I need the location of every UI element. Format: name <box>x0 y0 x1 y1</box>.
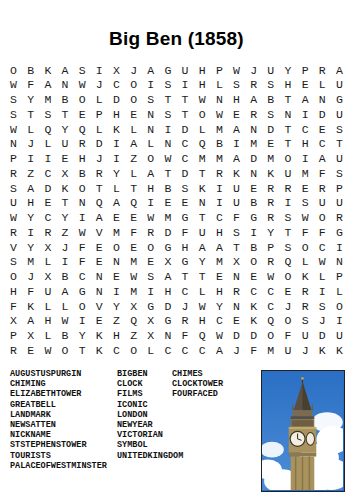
grid-cell[interactable]: G <box>176 255 193 270</box>
grid-cell[interactable]: U <box>279 343 296 358</box>
grid-cell[interactable]: U <box>331 78 348 93</box>
grid-cell[interactable]: Q <box>125 196 142 211</box>
grid-cell[interactable]: K <box>91 329 108 344</box>
grid-cell[interactable]: W <box>297 211 314 226</box>
grid-cell[interactable]: T <box>279 137 296 152</box>
grid-cell[interactable]: S <box>314 299 331 314</box>
grid-cell[interactable]: U <box>331 196 348 211</box>
grid-cell[interactable]: B <box>56 329 73 344</box>
grid-cell[interactable]: N <box>159 329 176 344</box>
grid-cell[interactable]: C <box>297 122 314 137</box>
grid-cell[interactable]: X <box>142 329 159 344</box>
grid-cell[interactable]: I <box>331 314 348 329</box>
grid-cell[interactable]: W <box>194 93 211 108</box>
grid-cell[interactable]: I <box>211 181 228 196</box>
grid-cell[interactable]: N <box>142 107 159 122</box>
grid-cell[interactable]: M <box>262 343 279 358</box>
grid-cell[interactable]: U <box>56 137 73 152</box>
grid-cell[interactable]: E <box>108 270 125 285</box>
grid-cell[interactable]: R <box>245 78 262 93</box>
grid-cell[interactable]: R <box>297 299 314 314</box>
grid-cell[interactable]: D <box>108 93 125 108</box>
grid-cell[interactable]: Q <box>39 122 56 137</box>
grid-cell[interactable]: F <box>74 240 91 255</box>
grid-cell[interactable]: M <box>245 137 262 152</box>
grid-cell[interactable]: H <box>39 314 56 329</box>
grid-cell[interactable]: T <box>176 270 193 285</box>
grid-cell[interactable]: N <box>159 137 176 152</box>
grid-cell[interactable]: K <box>228 166 245 181</box>
grid-cell[interactable]: F <box>176 329 193 344</box>
grid-cell[interactable]: F <box>314 166 331 181</box>
grid-cell[interactable]: T <box>159 166 176 181</box>
grid-cell[interactable]: C <box>245 284 262 299</box>
grid-cell[interactable]: R <box>5 225 22 240</box>
grid-cell[interactable]: H <box>194 78 211 93</box>
grid-cell[interactable]: C <box>176 152 193 167</box>
grid-cell[interactable]: M <box>125 284 142 299</box>
grid-cell[interactable]: A <box>56 284 73 299</box>
grid-cell[interactable]: F <box>279 329 296 344</box>
grid-cell[interactable]: C <box>176 137 193 152</box>
grid-cell[interactable]: A <box>159 270 176 285</box>
grid-cell[interactable]: O <box>56 343 73 358</box>
grid-cell[interactable]: K <box>262 166 279 181</box>
grid-cell[interactable]: Z <box>125 152 142 167</box>
grid-cell[interactable]: M <box>297 166 314 181</box>
grid-cell[interactable]: M <box>194 152 211 167</box>
grid-cell[interactable]: E <box>91 255 108 270</box>
grid-cell[interactable]: R <box>39 225 56 240</box>
grid-cell[interactable]: E <box>125 240 142 255</box>
grid-cell[interactable]: S <box>331 122 348 137</box>
grid-cell[interactable]: R <box>211 166 228 181</box>
grid-cell[interactable]: A <box>22 314 39 329</box>
grid-cell[interactable]: R <box>331 211 348 226</box>
grid-cell[interactable]: S <box>331 166 348 181</box>
grid-cell[interactable]: U <box>39 284 56 299</box>
grid-cell[interactable]: A <box>211 343 228 358</box>
grid-cell[interactable]: F <box>125 225 142 240</box>
grid-cell[interactable]: B <box>245 196 262 211</box>
grid-cell[interactable]: B <box>22 63 39 78</box>
grid-cell[interactable]: C <box>211 211 228 226</box>
grid-cell[interactable]: I <box>91 63 108 78</box>
grid-cell[interactable]: W <box>125 270 142 285</box>
grid-cell[interactable]: O <box>279 314 296 329</box>
grid-cell[interactable]: C <box>176 284 193 299</box>
grid-cell[interactable]: W <box>5 78 22 93</box>
grid-cell[interactable]: S <box>5 93 22 108</box>
grid-cell[interactable]: S <box>39 107 56 122</box>
grid-cell[interactable]: R <box>5 166 22 181</box>
grid-cell[interactable]: H <box>194 314 211 329</box>
grid-cell[interactable]: E <box>91 314 108 329</box>
grid-cell[interactable]: L <box>194 122 211 137</box>
grid-cell[interactable]: S <box>262 78 279 93</box>
grid-cell[interactable]: A <box>194 240 211 255</box>
grid-cell[interactable]: J <box>56 240 73 255</box>
grid-cell[interactable]: H <box>159 284 176 299</box>
grid-cell[interactable]: A <box>228 152 245 167</box>
grid-cell[interactable]: P <box>331 270 348 285</box>
grid-cell[interactable]: X <box>22 329 39 344</box>
grid-cell[interactable]: I <box>108 284 125 299</box>
grid-cell[interactable]: F <box>314 225 331 240</box>
grid-cell[interactable]: N <box>142 122 159 137</box>
grid-cell[interactable]: G <box>142 299 159 314</box>
grid-cell[interactable]: D <box>228 329 245 344</box>
grid-cell[interactable]: L <box>331 284 348 299</box>
grid-cell[interactable]: J <box>91 78 108 93</box>
grid-cell[interactable]: C <box>262 299 279 314</box>
grid-cell[interactable]: M <box>211 122 228 137</box>
grid-cell[interactable]: Z <box>56 225 73 240</box>
grid-cell[interactable]: E <box>125 107 142 122</box>
grid-cell[interactable]: I <box>74 314 91 329</box>
grid-cell[interactable]: O <box>125 93 142 108</box>
grid-cell[interactable]: D <box>91 137 108 152</box>
grid-cell[interactable]: A <box>314 152 331 167</box>
grid-cell[interactable]: N <box>211 93 228 108</box>
grid-cell[interactable]: C <box>314 240 331 255</box>
grid-cell[interactable]: O <box>74 299 91 314</box>
grid-cell[interactable]: W <box>211 329 228 344</box>
grid-cell[interactable]: O <box>5 270 22 285</box>
grid-cell[interactable]: E <box>314 122 331 137</box>
grid-cell[interactable]: C <box>262 284 279 299</box>
grid-cell[interactable]: U <box>297 329 314 344</box>
grid-cell[interactable]: F <box>22 284 39 299</box>
grid-cell[interactable]: E <box>245 270 262 285</box>
grid-cell[interactable]: A <box>125 137 142 152</box>
grid-cell[interactable]: I <box>142 78 159 93</box>
grid-cell[interactable]: O <box>5 63 22 78</box>
grid-cell[interactable]: J <box>297 343 314 358</box>
grid-cell[interactable]: Q <box>279 255 296 270</box>
grid-cell[interactable]: E <box>22 343 39 358</box>
grid-cell[interactable]: R <box>91 166 108 181</box>
grid-cell[interactable]: L <box>91 122 108 137</box>
grid-cell[interactable]: C <box>74 270 91 285</box>
grid-cell[interactable]: U <box>331 107 348 122</box>
grid-cell[interactable]: M <box>211 255 228 270</box>
grid-cell[interactable]: O <box>245 255 262 270</box>
grid-cell[interactable]: Z <box>22 166 39 181</box>
grid-cell[interactable]: K <box>245 299 262 314</box>
grid-cell[interactable]: P <box>91 107 108 122</box>
grid-cell[interactable]: S <box>176 181 193 196</box>
grid-cell[interactable]: C <box>108 343 125 358</box>
grid-cell[interactable]: U <box>331 152 348 167</box>
grid-cell[interactable]: E <box>39 196 56 211</box>
grid-cell[interactable]: Y <box>56 211 73 226</box>
grid-cell[interactable]: I <box>108 152 125 167</box>
grid-cell[interactable]: X <box>228 255 245 270</box>
grid-cell[interactable]: A <box>228 122 245 137</box>
grid-cell[interactable]: W <box>5 211 22 226</box>
grid-cell[interactable]: U <box>5 196 22 211</box>
grid-cell[interactable]: W <box>228 63 245 78</box>
grid-cell[interactable]: N <box>245 122 262 137</box>
grid-cell[interactable]: C <box>194 343 211 358</box>
grid-cell[interactable]: R <box>314 181 331 196</box>
grid-cell[interactable]: L <box>91 93 108 108</box>
grid-cell[interactable]: E <box>228 107 245 122</box>
grid-cell[interactable]: K <box>297 270 314 285</box>
grid-cell[interactable]: V <box>5 240 22 255</box>
grid-cell[interactable]: H <box>279 78 296 93</box>
grid-cell[interactable]: L <box>194 284 211 299</box>
grid-cell[interactable]: T <box>56 107 73 122</box>
grid-cell[interactable]: L <box>142 343 159 358</box>
grid-cell[interactable]: T <box>279 122 296 137</box>
grid-cell[interactable]: N <box>74 196 91 211</box>
grid-cell[interactable]: F <box>245 343 262 358</box>
grid-cell[interactable]: I <box>176 78 193 93</box>
grid-cell[interactable]: X <box>39 270 56 285</box>
grid-cell[interactable]: B <box>159 181 176 196</box>
grid-cell[interactable]: Q <box>74 122 91 137</box>
grid-cell[interactable]: T <box>125 181 142 196</box>
grid-cell[interactable]: O <box>108 240 125 255</box>
grid-cell[interactable]: B <box>262 93 279 108</box>
grid-cell[interactable]: I <box>22 152 39 167</box>
grid-cell[interactable]: L <box>125 122 142 137</box>
grid-cell[interactable]: U <box>194 225 211 240</box>
grid-cell[interactable]: X <box>5 314 22 329</box>
grid-cell[interactable]: N <box>331 255 348 270</box>
grid-cell[interactable]: R <box>262 181 279 196</box>
grid-cell[interactable]: H <box>108 329 125 344</box>
grid-cell[interactable]: F <box>5 299 22 314</box>
grid-cell[interactable]: W <box>74 78 91 93</box>
grid-cell[interactable]: I <box>142 196 159 211</box>
grid-cell[interactable]: S <box>297 196 314 211</box>
grid-cell[interactable]: K <box>91 343 108 358</box>
grid-cell[interactable]: L <box>314 270 331 285</box>
grid-cell[interactable]: J <box>314 314 331 329</box>
grid-cell[interactable]: U <box>176 63 193 78</box>
grid-cell[interactable]: I <box>297 152 314 167</box>
grid-cell[interactable]: M <box>159 211 176 226</box>
grid-cell[interactable]: A <box>22 181 39 196</box>
grid-cell[interactable]: Y <box>56 122 73 137</box>
grid-cell[interactable]: N <box>228 270 245 285</box>
grid-cell[interactable]: E <box>176 196 193 211</box>
grid-cell[interactable]: H <box>297 137 314 152</box>
grid-cell[interactable]: S <box>5 181 22 196</box>
grid-cell[interactable]: G <box>331 93 348 108</box>
grid-cell[interactable]: N <box>5 137 22 152</box>
grid-cell[interactable]: C <box>314 137 331 152</box>
grid-cell[interactable]: V <box>91 225 108 240</box>
grid-cell[interactable]: Y <box>211 299 228 314</box>
grid-cell[interactable]: C <box>39 211 56 226</box>
grid-cell[interactable]: Z <box>108 314 125 329</box>
grid-cell[interactable]: L <box>56 299 73 314</box>
grid-cell[interactable]: S <box>5 255 22 270</box>
grid-cell[interactable]: F <box>22 78 39 93</box>
grid-cell[interactable]: E <box>297 78 314 93</box>
grid-cell[interactable]: N <box>91 270 108 285</box>
grid-cell[interactable]: S <box>262 107 279 122</box>
grid-cell[interactable]: M <box>22 255 39 270</box>
grid-cell[interactable]: P <box>262 240 279 255</box>
grid-cell[interactable]: L <box>314 78 331 93</box>
grid-cell[interactable]: T <box>279 225 296 240</box>
grid-cell[interactable]: H <box>22 196 39 211</box>
grid-cell[interactable]: T <box>74 343 91 358</box>
grid-cell[interactable]: E <box>74 107 91 122</box>
grid-cell[interactable]: J <box>22 137 39 152</box>
grid-cell[interactable]: Q <box>194 329 211 344</box>
grid-cell[interactable]: P <box>331 181 348 196</box>
grid-cell[interactable]: J <box>125 63 142 78</box>
grid-cell[interactable]: L <box>125 166 142 181</box>
grid-cell[interactable]: B <box>56 270 73 285</box>
grid-cell[interactable]: W <box>262 270 279 285</box>
grid-cell[interactable]: R <box>142 225 159 240</box>
grid-cell[interactable]: M <box>125 255 142 270</box>
grid-cell[interactable]: G <box>245 211 262 226</box>
grid-cell[interactable]: O <box>142 152 159 167</box>
grid-cell[interactable]: T <box>228 240 245 255</box>
grid-cell[interactable]: S <box>159 107 176 122</box>
grid-cell[interactable]: Y <box>108 166 125 181</box>
grid-cell[interactable]: Q <box>194 137 211 152</box>
grid-cell[interactable]: A <box>56 63 73 78</box>
grid-cell[interactable]: L <box>108 181 125 196</box>
grid-cell[interactable]: R <box>5 343 22 358</box>
grid-cell[interactable]: R <box>262 255 279 270</box>
grid-cell[interactable]: E <box>56 152 73 167</box>
grid-cell[interactable]: T <box>22 107 39 122</box>
grid-cell[interactable]: J <box>91 152 108 167</box>
grid-cell[interactable]: P <box>5 329 22 344</box>
grid-cell[interactable]: A <box>245 93 262 108</box>
grid-cell[interactable]: E <box>142 255 159 270</box>
grid-cell[interactable]: T <box>176 107 193 122</box>
grid-cell[interactable]: O <box>125 78 142 93</box>
grid-cell[interactable]: Y <box>22 93 39 108</box>
grid-cell[interactable]: A <box>91 211 108 226</box>
grid-cell[interactable]: A <box>39 78 56 93</box>
grid-cell[interactable]: D <box>159 225 176 240</box>
grid-cell[interactable]: R <box>245 107 262 122</box>
grid-cell[interactable]: C <box>176 343 193 358</box>
grid-cell[interactable]: O <box>125 343 142 358</box>
grid-cell[interactable]: L <box>39 255 56 270</box>
grid-cell[interactable]: J <box>176 299 193 314</box>
grid-cell[interactable]: W <box>211 107 228 122</box>
grid-cell[interactable]: V <box>91 299 108 314</box>
grid-cell[interactable]: I <box>74 211 91 226</box>
grid-cell[interactable]: L <box>211 78 228 93</box>
grid-cell[interactable]: P <box>297 63 314 78</box>
grid-cell[interactable]: T <box>91 181 108 196</box>
grid-cell[interactable]: X <box>108 63 125 78</box>
grid-cell[interactable]: Y <box>108 299 125 314</box>
grid-cell[interactable]: X <box>159 255 176 270</box>
grid-cell[interactable]: S <box>279 211 296 226</box>
grid-cell[interactable]: J <box>245 63 262 78</box>
grid-cell[interactable]: E <box>125 211 142 226</box>
grid-cell[interactable]: I <box>142 284 159 299</box>
grid-cell[interactable]: K <box>245 314 262 329</box>
grid-cell[interactable]: E <box>297 181 314 196</box>
grid-cell[interactable]: G <box>176 211 193 226</box>
grid-cell[interactable]: A <box>297 93 314 108</box>
grid-cell[interactable]: A <box>331 63 348 78</box>
grid-cell[interactable]: H <box>211 225 228 240</box>
grid-cell[interactable]: S <box>142 270 159 285</box>
grid-cell[interactable]: T <box>279 93 296 108</box>
grid-cell[interactable]: G <box>331 225 348 240</box>
grid-cell[interactable]: W <box>314 255 331 270</box>
grid-cell[interactable]: E <box>262 137 279 152</box>
grid-cell[interactable]: I <box>56 255 73 270</box>
grid-cell[interactable]: T <box>194 270 211 285</box>
grid-cell[interactable]: P <box>5 152 22 167</box>
grid-cell[interactable]: O <box>297 240 314 255</box>
grid-cell[interactable]: W <box>74 225 91 240</box>
grid-cell[interactable]: O <box>331 299 348 314</box>
grid-cell[interactable]: C <box>108 78 125 93</box>
grid-cell[interactable]: W <box>159 152 176 167</box>
grid-cell[interactable]: X <box>56 166 73 181</box>
grid-cell[interactable]: I <box>245 225 262 240</box>
grid-cell[interactable]: I <box>297 107 314 122</box>
grid-cell[interactable]: D <box>39 181 56 196</box>
grid-cell[interactable]: F <box>228 211 245 226</box>
grid-cell[interactable]: B <box>56 93 73 108</box>
grid-cell[interactable]: M <box>211 152 228 167</box>
grid-cell[interactable]: N <box>194 196 211 211</box>
grid-cell[interactable]: K <box>194 181 211 196</box>
grid-cell[interactable]: Q <box>262 314 279 329</box>
grid-cell[interactable]: D <box>176 166 193 181</box>
grid-cell[interactable]: O <box>279 270 296 285</box>
grid-cell[interactable]: Q <box>91 196 108 211</box>
grid-cell[interactable]: H <box>74 152 91 167</box>
grid-cell[interactable]: Y <box>279 63 296 78</box>
grid-cell[interactable]: A <box>142 166 159 181</box>
grid-cell[interactable]: K <box>56 181 73 196</box>
grid-cell[interactable]: T <box>176 93 193 108</box>
grid-cell[interactable]: R <box>262 211 279 226</box>
grid-cell[interactable]: O <box>262 329 279 344</box>
grid-cell[interactable]: I <box>228 137 245 152</box>
grid-cell[interactable]: E <box>159 196 176 211</box>
grid-cell[interactable]: U <box>279 166 296 181</box>
grid-cell[interactable]: P <box>211 63 228 78</box>
grid-cell[interactable]: D <box>314 329 331 344</box>
grid-cell[interactable]: H <box>228 93 245 108</box>
grid-cell[interactable]: W <box>142 211 159 226</box>
grid-cell[interactable]: F <box>176 225 193 240</box>
grid-cell[interactable]: L <box>142 137 159 152</box>
grid-cell[interactable]: H <box>194 63 211 78</box>
grid-cell[interactable]: S <box>228 225 245 240</box>
grid-cell[interactable]: G <box>159 314 176 329</box>
grid-cell[interactable]: U <box>314 196 331 211</box>
grid-cell[interactable]: M <box>262 152 279 167</box>
grid-cell[interactable]: Y <box>22 240 39 255</box>
grid-cell[interactable]: Z <box>125 329 142 344</box>
grid-cell[interactable]: S <box>279 240 296 255</box>
grid-cell[interactable]: S <box>142 93 159 108</box>
